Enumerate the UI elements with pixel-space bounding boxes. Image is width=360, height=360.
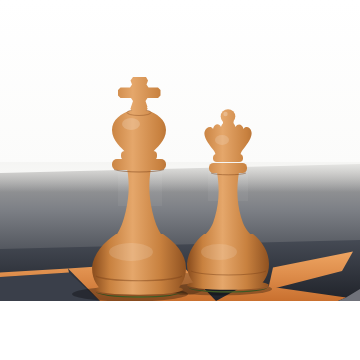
queen-ball-finial: [221, 109, 236, 124]
king-base-sheen: [109, 243, 153, 261]
queen-base: [187, 234, 269, 286]
king-base: [92, 234, 186, 291]
king-crown: [112, 110, 166, 153]
product-photo-chess-pieces: [0, 0, 360, 360]
queen-base-sheen: [201, 244, 237, 260]
queen-coronet-sheen: [215, 135, 229, 145]
king-crown-sheen: [122, 118, 140, 130]
horizon-haze: [0, 162, 360, 192]
chess-scene: [0, 0, 360, 301]
queen-ball-highlight: [223, 112, 227, 116]
king-cross-knob: [131, 105, 148, 113]
king-collar-disc: [112, 159, 166, 170]
photo-area: [0, 0, 360, 301]
letterbox-bottom: [0, 301, 360, 360]
queen-collar-disc: [209, 163, 247, 173]
